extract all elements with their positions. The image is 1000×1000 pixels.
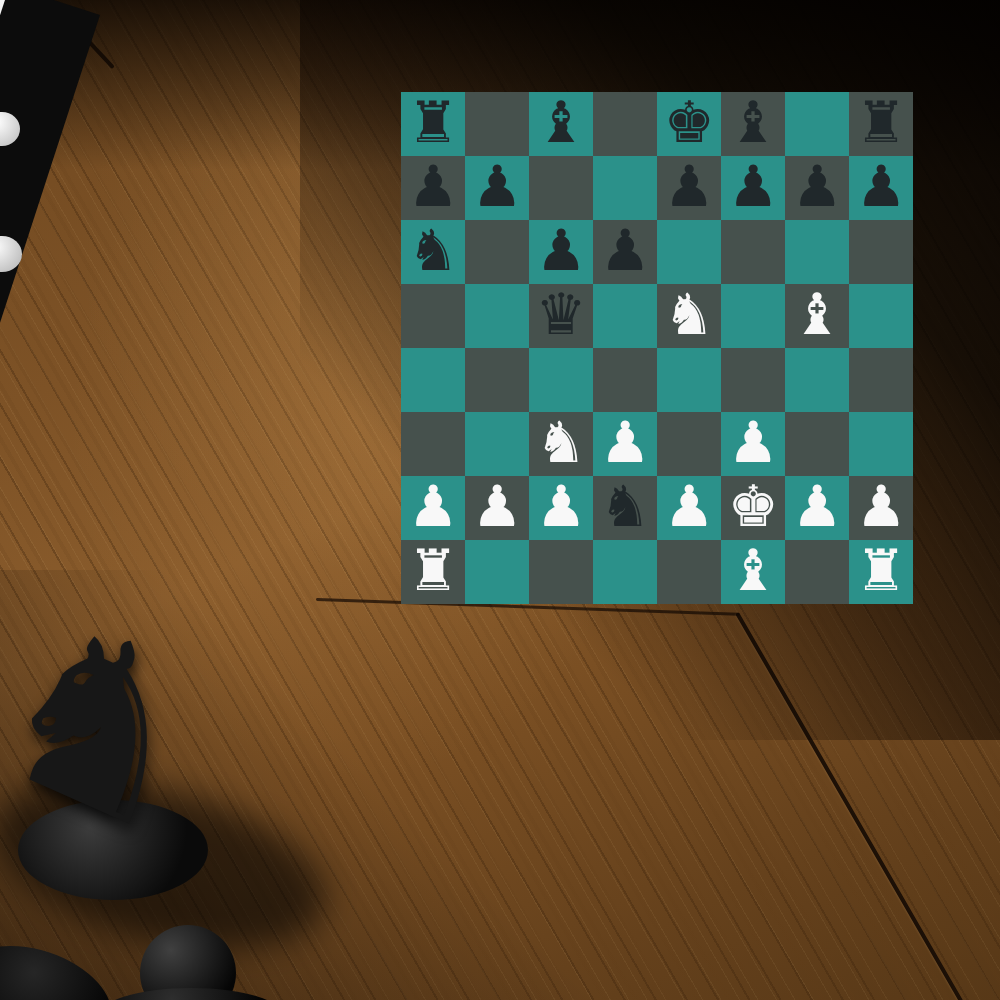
square-d3[interactable]: ♟	[593, 412, 657, 476]
square-d2[interactable]: ♞	[593, 476, 657, 540]
piece-black-bishop-c8[interactable]: ♝	[535, 90, 586, 154]
piece-black-pawn-h7[interactable]: ♟	[855, 154, 906, 218]
square-h3[interactable]	[849, 412, 913, 476]
piece-black-knight-d2[interactable]: ♞	[599, 474, 650, 538]
square-g2[interactable]: ♟	[785, 476, 849, 540]
square-e4[interactable]	[657, 348, 721, 412]
square-a8[interactable]: ♜	[401, 92, 465, 156]
square-c1[interactable]	[529, 540, 593, 604]
square-h7[interactable]: ♟	[849, 156, 913, 220]
piece-black-pawn-c6[interactable]: ♟	[535, 218, 586, 282]
piece-white-pawn-a2[interactable]: ♟	[407, 474, 458, 538]
piece-white-knight-c3[interactable]: ♞	[535, 410, 586, 474]
square-c6[interactable]: ♟	[529, 220, 593, 284]
square-b2[interactable]: ♟	[465, 476, 529, 540]
square-a2[interactable]: ♟	[401, 476, 465, 540]
piece-white-knight-e5[interactable]: ♞	[663, 282, 714, 346]
piece-white-king-f2[interactable]: ♚	[727, 474, 778, 538]
piece-black-rook-a8[interactable]: ♜	[407, 90, 458, 154]
piece-black-king-e8[interactable]: ♚	[663, 90, 714, 154]
square-f2[interactable]: ♚	[721, 476, 785, 540]
piece-black-pawn-f7[interactable]: ♟	[727, 154, 778, 218]
piece-black-pawn-g7[interactable]: ♟	[791, 154, 842, 218]
square-b6[interactable]	[465, 220, 529, 284]
square-e1[interactable]	[657, 540, 721, 604]
square-f8[interactable]: ♝	[721, 92, 785, 156]
square-c4[interactable]	[529, 348, 593, 412]
piece-white-rook-h1[interactable]: ♜	[855, 538, 906, 602]
digital-chess-board: ♜♝♚♝♜♟♟♟♟♟♟♞♟♟♛♞♝♞♟♟♟♟♟♞♟♚♟♟♜♝♜	[401, 92, 913, 604]
square-b7[interactable]: ♟	[465, 156, 529, 220]
square-f7[interactable]: ♟	[721, 156, 785, 220]
square-h1[interactable]: ♜	[849, 540, 913, 604]
square-d1[interactable]	[593, 540, 657, 604]
piece-white-pawn-b2[interactable]: ♟	[471, 474, 522, 538]
square-d4[interactable]	[593, 348, 657, 412]
piece-white-pawn-c2[interactable]: ♟	[535, 474, 586, 538]
square-d5[interactable]	[593, 284, 657, 348]
square-c7[interactable]	[529, 156, 593, 220]
piece-black-bishop-f8[interactable]: ♝	[727, 90, 778, 154]
square-c2[interactable]: ♟	[529, 476, 593, 540]
square-h5[interactable]	[849, 284, 913, 348]
square-a6[interactable]: ♞	[401, 220, 465, 284]
square-c3[interactable]: ♞	[529, 412, 593, 476]
square-h4[interactable]	[849, 348, 913, 412]
square-b5[interactable]	[465, 284, 529, 348]
square-b3[interactable]	[465, 412, 529, 476]
square-d8[interactable]	[593, 92, 657, 156]
square-b1[interactable]	[465, 540, 529, 604]
square-b8[interactable]	[465, 92, 529, 156]
piece-black-queen-c5[interactable]: ♛	[535, 282, 586, 346]
square-g5[interactable]: ♝	[785, 284, 849, 348]
square-e7[interactable]: ♟	[657, 156, 721, 220]
piece-black-pawn-a7[interactable]: ♟	[407, 154, 458, 218]
square-h2[interactable]: ♟	[849, 476, 913, 540]
square-c8[interactable]: ♝	[529, 92, 593, 156]
square-g3[interactable]	[785, 412, 849, 476]
square-g6[interactable]	[785, 220, 849, 284]
square-e5[interactable]: ♞	[657, 284, 721, 348]
square-g8[interactable]	[785, 92, 849, 156]
square-f5[interactable]	[721, 284, 785, 348]
square-g1[interactable]	[785, 540, 849, 604]
square-d7[interactable]	[593, 156, 657, 220]
piece-black-pawn-e7[interactable]: ♟	[663, 154, 714, 218]
piece-white-pawn-h2[interactable]: ♟	[855, 474, 906, 538]
square-a3[interactable]	[401, 412, 465, 476]
square-a4[interactable]	[401, 348, 465, 412]
square-g4[interactable]	[785, 348, 849, 412]
piece-white-rook-a1[interactable]: ♜	[407, 538, 458, 602]
square-f1[interactable]: ♝	[721, 540, 785, 604]
square-f4[interactable]	[721, 348, 785, 412]
square-e3[interactable]	[657, 412, 721, 476]
piece-black-knight-a6[interactable]: ♞	[407, 218, 458, 282]
piece-white-pawn-g2[interactable]: ♟	[791, 474, 842, 538]
square-g7[interactable]: ♟	[785, 156, 849, 220]
square-a1[interactable]: ♜	[401, 540, 465, 604]
piece-white-bishop-f1[interactable]: ♝	[727, 538, 778, 602]
piece-black-pawn-d6[interactable]: ♟	[599, 218, 650, 282]
piece-white-pawn-f3[interactable]: ♟	[727, 410, 778, 474]
square-a7[interactable]: ♟	[401, 156, 465, 220]
square-d6[interactable]: ♟	[593, 220, 657, 284]
square-e8[interactable]: ♚	[657, 92, 721, 156]
square-e6[interactable]	[657, 220, 721, 284]
square-b4[interactable]	[465, 348, 529, 412]
square-a5[interactable]	[401, 284, 465, 348]
square-h6[interactable]	[849, 220, 913, 284]
piece-white-pawn-e2[interactable]: ♟	[663, 474, 714, 538]
square-f6[interactable]	[721, 220, 785, 284]
square-e2[interactable]: ♟	[657, 476, 721, 540]
piece-white-pawn-d3[interactable]: ♟	[599, 410, 650, 474]
piece-black-pawn-b7[interactable]: ♟	[471, 154, 522, 218]
piece-black-rook-h8[interactable]: ♜	[855, 90, 906, 154]
square-f3[interactable]: ♟	[721, 412, 785, 476]
square-h8[interactable]: ♜	[849, 92, 913, 156]
square-c5[interactable]: ♛	[529, 284, 593, 348]
piece-white-bishop-g5[interactable]: ♝	[791, 282, 842, 346]
scene: 123456 ♞ ♜♝♚♝♜♟♟♟♟♟♟♞♟♟♛♞♝♞♟♟♟♟♟♞♟♚♟♟♜♝♜	[0, 0, 1000, 1000]
